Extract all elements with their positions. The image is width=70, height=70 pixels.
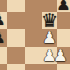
white-pawn-glyph: ♟ [42,30,56,46]
square-r1-c2[interactable] [25,12,43,30]
square-r3-c0[interactable] [0,47,7,65]
square-r0-c2[interactable] [25,0,43,12]
square-r4-c0[interactable] [0,64,7,70]
black-queen-glyph: ♛ [41,11,58,30]
black-pawn-glyph: ♟ [0,30,6,46]
white-pawn[interactable]: ♟ [41,29,59,47]
square-r4-c1[interactable] [7,64,25,70]
black-pawn-glyph: ♟ [0,12,6,28]
square-r2-c2[interactable] [25,29,43,47]
black-pawn[interactable]: ♟ [0,12,7,30]
black-queen[interactable]: ♛ [41,12,59,30]
square-r3-c2[interactable] [25,47,43,65]
chess-board[interactable]: ♟♟♛♟♟♟♟ [0,0,70,70]
white-pawn-glyph: ♟ [53,48,67,64]
square-r1-c1[interactable] [7,12,25,30]
black-pawn[interactable]: ♟ [0,29,7,47]
square-r3-c1[interactable] [7,47,25,65]
square-r4-c2[interactable] [25,64,43,70]
square-r2-c1[interactable] [7,29,25,47]
square-r2-c4[interactable] [57,29,70,47]
square-r0-c1[interactable] [7,0,25,12]
white-pawn[interactable]: ♟ [52,48,70,66]
